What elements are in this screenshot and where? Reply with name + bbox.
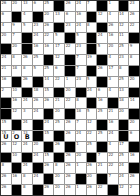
codeword-cell[interactable]: 24 [33, 33, 43, 43]
codeword-cell[interactable]: 8 [12, 55, 22, 65]
codeword-cell[interactable]: 12 [119, 23, 129, 33]
cell-code-number: 13 [55, 12, 60, 16]
codeword-cell[interactable]: 26 [65, 163, 75, 173]
codeword-cell[interactable]: 20 [12, 1, 22, 11]
cell-code-number: 8 [23, 185, 25, 189]
cell-code-number: 1 [108, 1, 110, 5]
codeword-cell[interactable]: 20 [108, 44, 118, 54]
codeword-cell[interactable]: 8 [22, 185, 32, 195]
codeword-cell[interactable]: 26 [65, 153, 75, 163]
black-cell [33, 12, 43, 22]
codeword-cell[interactable]: 26 [97, 66, 107, 76]
cell-code-number: 8 [76, 98, 78, 102]
codeword-cell[interactable]: 26 [108, 23, 118, 33]
codeword-cell[interactable]: 4 [108, 12, 118, 22]
codeword-cell[interactable]: 13 [22, 1, 32, 11]
codeword-cell[interactable]: 16 [33, 44, 43, 54]
black-cell [87, 153, 97, 163]
cell-code-number: 22 [66, 98, 71, 102]
cell-code-number: 18 [12, 66, 17, 70]
codeword-cell[interactable]: 9 [129, 44, 139, 54]
cell-code-number: 26 [55, 142, 60, 146]
cell-code-number: 26 [2, 142, 7, 146]
cell-code-number: 24 [76, 23, 81, 27]
cell-code-number: 24 [98, 33, 103, 37]
codeword-cell[interactable]: 17 [119, 142, 129, 152]
codeword-cell[interactable]: 20 [54, 185, 64, 195]
codeword-cell[interactable]: 20 [87, 174, 97, 184]
cell-code-number: 12 [119, 185, 124, 189]
cell-code-number: 24 [34, 109, 39, 113]
codeword-cell[interactable]: 16 [129, 153, 139, 163]
codeword-cell[interactable]: 22 [108, 153, 118, 163]
cell-code-number: 24 [119, 163, 124, 167]
given-letter: O [12, 133, 22, 140]
codeword-cell[interactable]: 1 [108, 1, 118, 11]
cell-code-number: 4 [108, 12, 110, 16]
codeword-cell[interactable]: 16 [1, 77, 11, 87]
codeword-cell[interactable]: 21 [1, 66, 11, 76]
codeword-cell[interactable]: 15 [44, 153, 54, 163]
codeword-cell[interactable]: 26 [1, 185, 11, 195]
codeword-cell[interactable]: 26 [129, 12, 139, 22]
cell-code-number: 7 [76, 66, 78, 70]
codeword-cell[interactable]: 16 [97, 98, 107, 108]
cell-code-number: 6 [66, 12, 68, 16]
black-cell [54, 131, 64, 141]
codeword-cell[interactable]: 6 [65, 12, 75, 22]
black-cell [1, 98, 11, 108]
cell-code-number: 16 [108, 33, 113, 37]
codeword-cell[interactable]: 5 [33, 66, 43, 76]
codeword-cell[interactable]: 12 [97, 12, 107, 22]
cell-code-number: 4 [23, 12, 25, 16]
cell-code-number: 16 [44, 44, 49, 48]
codeword-cell[interactable]: 20 [119, 109, 129, 119]
codeword-cell[interactable]: 26 [22, 55, 32, 65]
codeword-cell[interactable]: 18 [76, 109, 86, 119]
codeword-cell[interactable]: 25 [44, 66, 54, 76]
cell-code-number: 1 [66, 77, 68, 81]
codeword-cell[interactable]: 22 [65, 44, 75, 54]
codeword-cell[interactable]: 5 [22, 23, 32, 33]
cell-code-number: 5 [23, 23, 25, 27]
cell-code-number: 26 [66, 185, 71, 189]
cell-code-number: 12 [55, 55, 60, 59]
codeword-cell[interactable]: 26 [44, 98, 54, 108]
codeword-cell[interactable]: 16 [108, 33, 118, 43]
codeword-cell[interactable]: 16 [12, 174, 22, 184]
given-letter-cell[interactable]: 13B [22, 131, 32, 141]
black-cell [65, 66, 75, 76]
codeword-cell[interactable]: 26 [1, 142, 11, 152]
codeword-cell[interactable]: 24 [119, 163, 129, 173]
codeword-cell[interactable]: 7 [12, 33, 22, 43]
cell-code-number: 26 [108, 23, 113, 27]
cell-code-number: 3 [23, 109, 25, 113]
codeword-cell[interactable]: 20 [129, 77, 139, 87]
codeword-cell[interactable]: 24 [44, 120, 54, 130]
codeword-cell[interactable]: 6 [54, 66, 64, 76]
codeword-cell[interactable]: 24 [22, 142, 32, 152]
cell-code-number: 16 [130, 153, 135, 157]
codeword-cell[interactable]: 16 [108, 120, 118, 130]
cell-code-number: 20 [2, 33, 7, 37]
cell-code-number: 26 [44, 163, 49, 167]
cell-code-number: 26 [66, 174, 71, 178]
codeword-cell[interactable]: 23 [76, 44, 86, 54]
black-cell [44, 55, 54, 65]
codeword-cell[interactable]: 25 [44, 1, 54, 11]
cell-code-number: 24 [34, 153, 39, 157]
codeword-cell[interactable]: 20 [76, 153, 86, 163]
cell-code-number: 7 [108, 174, 110, 178]
codeword-cell[interactable]: 20 [33, 142, 43, 152]
codeword-cell[interactable]: 12 [119, 185, 129, 195]
cell-code-number: 26 [87, 163, 92, 167]
codeword-cell[interactable]: 8 [119, 66, 129, 76]
cell-code-number: 7 [87, 1, 89, 5]
codeword-cell[interactable]: 23 [119, 55, 129, 65]
codeword-cell[interactable]: 24 [22, 163, 32, 173]
codeword-cell[interactable]: 24 [33, 109, 43, 119]
cell-code-number: 23 [76, 77, 81, 81]
codeword-cell[interactable]: 25 [119, 77, 129, 87]
codeword-cell[interactable]: 22 [87, 131, 97, 141]
codeword-cell[interactable]: 26 [65, 131, 75, 141]
codeword-cell[interactable]: 20 [65, 88, 75, 98]
codeword-cell[interactable]: 5 [87, 77, 97, 87]
codeword-cell[interactable]: 26 [1, 174, 11, 184]
black-cell [129, 33, 139, 43]
codeword-cell[interactable]: 4 [108, 88, 118, 98]
black-cell [65, 33, 75, 43]
codeword-cell[interactable]: 18 [33, 88, 43, 98]
cell-code-number: 25 [44, 66, 49, 70]
codeword-cell[interactable]: 6 [1, 12, 11, 22]
cell-code-number: 20 [55, 185, 60, 189]
black-cell [108, 98, 118, 108]
codeword-cell[interactable]: 14 [119, 12, 129, 22]
cell-code-number: 14 [119, 12, 124, 16]
codeword-cell[interactable]: 26 [54, 142, 64, 152]
codeword-cell[interactable]: 26 [87, 185, 97, 195]
codeword-cell[interactable]: 24 [22, 98, 32, 108]
codeword-cell[interactable]: 26 [65, 120, 75, 130]
codeword-cell[interactable]: 22 [108, 163, 118, 173]
codeword-cell[interactable]: 1 [76, 185, 86, 195]
cell-code-number: 4 [108, 88, 110, 92]
codeword-cell[interactable]: 24 [76, 23, 86, 33]
cell-code-number: 26 [66, 131, 71, 135]
codeword-cell[interactable]: 21 [97, 163, 107, 173]
cell-code-number: 20 [87, 174, 92, 178]
codeword-cell[interactable]: 17 [54, 44, 64, 54]
codeword-cell[interactable]: 14 [129, 98, 139, 108]
cell-code-number: 4 [108, 142, 110, 146]
codeword-cell[interactable]: 15 [44, 131, 54, 141]
codeword-cell[interactable]: 7 [76, 66, 86, 76]
codeword-cell[interactable]: 8 [129, 55, 139, 65]
codeword-cell[interactable]: 24 [108, 131, 118, 141]
codeword-cell[interactable]: 5 [87, 109, 97, 119]
cell-code-number: 2 [130, 185, 132, 189]
codeword-cell[interactable]: 1 [76, 142, 86, 152]
codeword-cell[interactable]: 26 [22, 77, 32, 87]
cell-code-number: 15 [2, 120, 7, 124]
cell-code-number: 20 [119, 109, 124, 113]
cell-code-number: 26 [66, 153, 71, 157]
cell-code-number: 24 [119, 174, 124, 178]
codeword-cell[interactable]: 25 [119, 153, 129, 163]
cell-code-number: 23 [130, 1, 135, 5]
codeword-cell[interactable]: 22 [44, 33, 54, 43]
codeword-cell[interactable]: 8 [22, 66, 32, 76]
codeword-cell[interactable]: 5 [76, 33, 86, 43]
black-cell [87, 12, 97, 22]
cell-code-number: 24 [44, 120, 49, 124]
codeword-cell[interactable]: 3 [108, 77, 118, 87]
codeword-cell[interactable]: 21 [108, 109, 118, 119]
codeword-cell[interactable]: 7 [97, 153, 107, 163]
cell-code-number: 26 [66, 163, 71, 167]
codeword-cell[interactable]: 23 [33, 23, 43, 33]
cell-code-number: 17 [55, 44, 60, 48]
codeword-cell[interactable]: 7 [76, 55, 86, 65]
cell-code-number: 26 [23, 55, 28, 59]
codeword-cell[interactable]: 11 [119, 33, 129, 43]
cell-code-number: 25 [119, 44, 124, 48]
cell-code-number: 20 [66, 88, 71, 92]
codeword-cell[interactable]: 15 [1, 120, 11, 130]
codeword-cell[interactable]: 7 [76, 120, 86, 130]
black-cell [119, 120, 129, 130]
codeword-cell[interactable]: 8 [87, 23, 97, 33]
cell-code-number: 5 [34, 66, 36, 70]
cell-code-number: 18 [34, 88, 39, 92]
codeword-cell[interactable]: 4 [108, 55, 118, 65]
cell-code-number: 26 [23, 77, 28, 81]
codeword-cell[interactable]: 18 [12, 66, 22, 76]
codeword-cell[interactable]: 23 [76, 77, 86, 87]
black-cell [54, 1, 64, 11]
codeword-cell[interactable]: 26 [87, 163, 97, 173]
codeword-cell[interactable]: 7 [87, 1, 97, 11]
codeword-cell[interactable]: 20 [12, 44, 22, 54]
cell-code-number: 7 [76, 120, 78, 124]
codeword-cell[interactable]: 6 [33, 1, 43, 11]
cell-code-number: 10 [12, 88, 17, 92]
codeword-cell[interactable]: 24 [87, 88, 97, 98]
codeword-cell[interactable]: 26 [129, 174, 139, 184]
codeword-cell[interactable]: 26 [44, 163, 54, 173]
cell-code-number: 3 [108, 77, 110, 81]
codeword-cell[interactable]: 7 [108, 174, 118, 184]
cell-code-number: 16 [76, 12, 81, 16]
codeword-cell[interactable]: 20 [44, 12, 54, 22]
codeword-cell[interactable]: 13 [119, 88, 129, 98]
cell-code-number: 24 [23, 142, 28, 146]
codeword-cell[interactable]: 26 [33, 98, 43, 108]
cell-code-number: 14 [44, 77, 49, 81]
codeword-cell[interactable]: 13 [54, 12, 64, 22]
black-cell [108, 185, 118, 195]
cell-code-number: 25 [44, 1, 49, 5]
cell-code-number: 25 [98, 109, 103, 113]
codeword-cell[interactable]: 6 [97, 88, 107, 98]
codeword-cell[interactable]: 25 [87, 142, 97, 152]
codeword-cell[interactable]: 4 [22, 12, 32, 22]
codeword-cell[interactable]: 2 [1, 88, 11, 98]
codeword-cell[interactable]: 16 [44, 44, 54, 54]
codeword-cell[interactable]: 1 [65, 77, 75, 87]
cell-code-number: 23 [34, 23, 39, 27]
codeword-cell[interactable]: 4 [108, 142, 118, 152]
cell-code-number: 12 [87, 120, 92, 124]
codeword-cell[interactable]: 22 [65, 98, 75, 108]
codeword-cell[interactable]: 9 [12, 23, 22, 33]
cell-code-number: 5 [98, 44, 100, 48]
black-cell [44, 142, 54, 152]
codeword-cell[interactable]: 18 [119, 98, 129, 108]
cell-code-number: 16 [108, 120, 113, 124]
codeword-cell[interactable]: 6 [129, 131, 139, 141]
codeword-cell[interactable]: 16 [12, 98, 22, 108]
codeword-cell[interactable]: 24 [33, 153, 43, 163]
codeword-cell[interactable]: 4 [1, 23, 11, 33]
cell-code-number: 6 [34, 1, 36, 5]
codeword-cell[interactable]: 24 [119, 174, 129, 184]
codeword-cell[interactable]: 3 [22, 109, 32, 119]
codeword-cell[interactable]: 24 [97, 33, 107, 43]
cell-code-number: 6 [55, 66, 57, 70]
cell-code-number: 24 [76, 131, 81, 135]
codeword-cell[interactable]: 12 [87, 120, 97, 130]
codeword-cell[interactable]: 20 [129, 120, 139, 130]
codeword-cell[interactable]: 14 [44, 77, 54, 87]
codeword-grid: 2620136252624712364201361612414264952326… [0, 0, 140, 196]
cell-code-number: 12 [12, 109, 17, 113]
codeword-cell[interactable]: 2 [129, 185, 139, 195]
black-cell [97, 142, 107, 152]
codeword-cell[interactable]: 20 [54, 174, 64, 184]
codeword-cell[interactable]: 10 [12, 88, 22, 98]
cell-code-number: 20 [76, 153, 81, 157]
cell-code-number: 23 [76, 44, 81, 48]
cell-code-number: 7 [76, 55, 78, 59]
cell-code-number: 19 [87, 55, 92, 59]
black-cell [97, 55, 107, 65]
codeword-cell[interactable]: 20 [54, 109, 64, 119]
cell-code-number: 26 [2, 174, 7, 178]
black-cell [12, 163, 22, 173]
black-cell [65, 142, 75, 152]
cell-code-number: 21 [55, 98, 60, 102]
codeword-cell[interactable]: 15 [44, 88, 54, 98]
codeword-cell[interactable]: 19 [87, 55, 97, 65]
black-cell [87, 66, 97, 76]
cell-code-number: 26 [2, 185, 7, 189]
cell-code-number: 2 [2, 88, 4, 92]
black-cell [87, 98, 97, 108]
codeword-cell[interactable]: 8 [1, 163, 11, 173]
codeword-cell[interactable]: 26 [65, 1, 75, 11]
codeword-cell[interactable]: 12 [54, 55, 64, 65]
codeword-cell[interactable]: 22 [54, 77, 64, 87]
black-cell [33, 120, 43, 130]
codeword-cell[interactable]: 23 [129, 1, 139, 11]
codeword-cell[interactable]: 12 [12, 109, 22, 119]
codeword-cell[interactable]: 22 [97, 185, 107, 195]
black-cell [65, 55, 75, 65]
codeword-cell[interactable]: 8 [76, 98, 86, 108]
codeword-cell[interactable]: 5 [54, 33, 64, 43]
black-cell [87, 44, 97, 54]
black-cell [54, 153, 64, 163]
codeword-cell[interactable]: 5 [97, 44, 107, 54]
codeword-cell[interactable]: 23 [65, 23, 75, 33]
codeword-cell[interactable]: 24 [22, 120, 32, 130]
cell-code-number: 23 [66, 23, 71, 27]
codeword-cell[interactable]: 26 [44, 23, 54, 33]
cell-code-number: 15 [44, 153, 49, 157]
black-cell [22, 153, 32, 163]
codeword-cell[interactable]: 26 [65, 174, 75, 184]
cell-code-number: 6 [130, 131, 132, 135]
cell-code-number: 26 [130, 174, 135, 178]
cell-code-number: 16 [98, 98, 103, 102]
cell-code-number: 21 [98, 163, 103, 167]
codeword-cell[interactable]: 24 [76, 1, 86, 11]
codeword-cell[interactable]: 26 [44, 185, 54, 195]
black-cell [119, 1, 129, 11]
codeword-cell[interactable]: 17 [108, 66, 118, 76]
cell-code-number: 22 [130, 23, 135, 27]
codeword-cell[interactable]: 25 [119, 44, 129, 54]
cell-code-number: 5 [55, 33, 57, 37]
codeword-cell[interactable]: 12 [12, 142, 22, 152]
cell-code-number: 15 [44, 88, 49, 92]
codeword-cell[interactable]: 16 [76, 12, 86, 22]
black-cell [44, 174, 54, 184]
codeword-cell[interactable]: 24 [1, 55, 11, 65]
codeword-cell[interactable]: 22 [129, 23, 139, 33]
cell-code-number: 16 [12, 174, 17, 178]
codeword-cell[interactable]: 25 [97, 131, 107, 141]
codeword-cell[interactable]: 21 [54, 98, 64, 108]
codeword-cell[interactable]: 24 [33, 174, 43, 184]
codeword-cell[interactable]: 25 [54, 120, 64, 130]
given-letter-cell[interactable]: 15U [1, 131, 11, 141]
codeword-cell[interactable]: 25 [97, 109, 107, 119]
codeword-cell[interactable]: 10 [12, 153, 22, 163]
cell-code-number: 23 [119, 55, 124, 59]
codeword-cell[interactable]: 8 [54, 163, 64, 173]
codeword-cell[interactable]: 20 [1, 33, 11, 43]
codeword-cell[interactable]: 8 [22, 174, 32, 184]
codeword-cell[interactable]: 24 [76, 131, 86, 141]
cell-code-number: 26 [87, 185, 92, 189]
codeword-cell[interactable]: 25 [33, 55, 43, 65]
cell-code-number: 21 [108, 109, 113, 113]
codeword-cell[interactable]: 26 [1, 1, 11, 11]
given-letter-cell[interactable]: 2O [12, 131, 22, 141]
cell-code-number: 5 [87, 109, 89, 113]
codeword-cell[interactable]: 26 [65, 185, 75, 195]
cell-code-number: 7 [12, 33, 14, 37]
codeword-cell[interactable]: 1 [76, 163, 86, 173]
black-cell [97, 120, 107, 130]
